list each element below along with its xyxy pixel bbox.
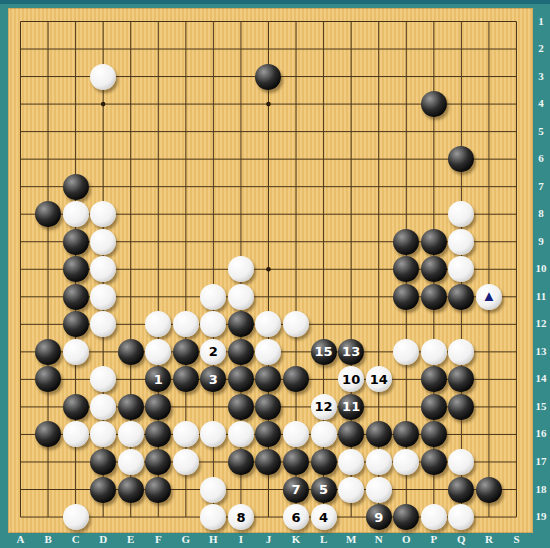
stone-white[interactable]: ▲ — [476, 284, 502, 310]
stone-white[interactable] — [63, 421, 89, 447]
column-label: F — [148, 533, 168, 545]
column-label: D — [93, 533, 113, 545]
stone-black[interactable] — [63, 174, 89, 200]
stone-black[interactable] — [118, 394, 144, 420]
stone-white[interactable] — [448, 229, 474, 255]
stone-black[interactable] — [421, 449, 447, 475]
stone-black[interactable]: 11 — [338, 394, 364, 420]
column-label: Q — [451, 533, 471, 545]
column-label: I — [231, 533, 251, 545]
stone-white[interactable] — [338, 449, 364, 475]
triangle-marker-icon: ▲ — [481, 288, 496, 303]
stone-black[interactable] — [476, 477, 502, 503]
row-label: 14 — [530, 372, 550, 384]
column-label: B — [38, 533, 58, 545]
stone-white[interactable] — [200, 477, 226, 503]
stone-white[interactable] — [118, 421, 144, 447]
column-label: H — [203, 533, 223, 545]
stone-black[interactable] — [366, 421, 392, 447]
stone-white[interactable]: 12 — [311, 394, 337, 420]
row-label: 4 — [530, 97, 550, 109]
stone-white[interactable] — [338, 477, 364, 503]
stone-white[interactable] — [63, 504, 89, 530]
stone-white[interactable] — [90, 394, 116, 420]
stone-white[interactable] — [173, 449, 199, 475]
window-top-edge — [0, 0, 550, 4]
stone-black[interactable]: 15 — [311, 339, 337, 365]
stone-white[interactable] — [90, 284, 116, 310]
row-label: 18 — [530, 483, 550, 495]
stone-white[interactable] — [393, 339, 419, 365]
row-label: 9 — [530, 235, 550, 247]
move-number-label: 11 — [342, 400, 360, 413]
stone-white[interactable] — [421, 339, 447, 365]
stone-white[interactable] — [63, 339, 89, 365]
move-number-label: 2 — [209, 345, 218, 358]
stone-white[interactable] — [421, 504, 447, 530]
stone-black[interactable] — [393, 229, 419, 255]
row-label: 11 — [530, 290, 550, 302]
row-label: 12 — [530, 317, 550, 329]
stone-black[interactable] — [118, 339, 144, 365]
row-label: 17 — [530, 455, 550, 467]
column-label: S — [506, 533, 526, 545]
stone-black[interactable] — [228, 394, 254, 420]
column-label: R — [479, 533, 499, 545]
column-label: G — [176, 533, 196, 545]
stone-black[interactable] — [63, 311, 89, 337]
stone-black[interactable] — [228, 449, 254, 475]
stone-black[interactable] — [421, 229, 447, 255]
stone-black[interactable] — [228, 339, 254, 365]
move-number-label: 15 — [315, 345, 333, 358]
move-number-label: 10 — [342, 373, 360, 386]
stone-black[interactable] — [145, 394, 171, 420]
stone-black[interactable] — [283, 449, 309, 475]
stone-white[interactable] — [228, 284, 254, 310]
stone-black[interactable] — [421, 91, 447, 117]
column-label: M — [341, 533, 361, 545]
stone-white[interactable] — [118, 449, 144, 475]
stone-white[interactable] — [173, 311, 199, 337]
column-label: C — [66, 533, 86, 545]
stone-white[interactable]: 6 — [283, 504, 309, 530]
stone-white[interactable] — [366, 449, 392, 475]
stone-white[interactable]: 8 — [228, 504, 254, 530]
stone-black[interactable] — [421, 366, 447, 392]
stone-white[interactable] — [366, 477, 392, 503]
row-label: 1 — [530, 15, 550, 27]
row-label: 19 — [530, 510, 550, 522]
stone-white[interactable] — [145, 339, 171, 365]
row-label: 7 — [530, 180, 550, 192]
stone-white[interactable] — [90, 229, 116, 255]
row-label: 5 — [530, 125, 550, 137]
stone-black[interactable] — [255, 64, 281, 90]
stone-black[interactable] — [35, 339, 61, 365]
column-label: L — [314, 533, 334, 545]
row-label: 6 — [530, 152, 550, 164]
column-label: O — [396, 533, 416, 545]
stone-black[interactable]: 13 — [338, 339, 364, 365]
stone-white[interactable] — [200, 284, 226, 310]
stone-black[interactable] — [393, 284, 419, 310]
stone-black[interactable] — [63, 229, 89, 255]
stone-black[interactable]: 5 — [311, 477, 337, 503]
move-number-label: 5 — [319, 483, 328, 496]
stone-white[interactable] — [311, 421, 337, 447]
stone-black[interactable] — [448, 477, 474, 503]
row-label: 10 — [530, 262, 550, 274]
move-number-label: 14 — [370, 373, 388, 386]
move-number-label: 7 — [292, 483, 301, 496]
move-number-label: 4 — [319, 511, 328, 524]
row-label: 13 — [530, 345, 550, 357]
stone-white[interactable]: 14 — [366, 366, 392, 392]
stone-black[interactable] — [118, 477, 144, 503]
column-label: A — [11, 533, 31, 545]
stone-black[interactable] — [90, 477, 116, 503]
stone-black[interactable] — [63, 284, 89, 310]
row-label: 15 — [530, 400, 550, 412]
move-number-label: 9 — [374, 511, 383, 524]
stone-black[interactable] — [145, 477, 171, 503]
move-number-label: 3 — [209, 373, 218, 386]
column-label: K — [286, 533, 306, 545]
column-label: P — [424, 533, 444, 545]
stone-black[interactable] — [311, 449, 337, 475]
stone-black[interactable] — [90, 449, 116, 475]
stone-white[interactable]: 4 — [311, 504, 337, 530]
stone-black[interactable] — [173, 339, 199, 365]
stone-white[interactable] — [63, 201, 89, 227]
stone-black[interactable] — [421, 394, 447, 420]
move-number-label: 1 — [154, 373, 163, 386]
row-label: 2 — [530, 42, 550, 54]
stone-black[interactable]: 9 — [366, 504, 392, 530]
stone-black[interactable] — [63, 256, 89, 282]
row-label: 16 — [530, 427, 550, 439]
move-number-label: 13 — [342, 345, 360, 358]
move-number-label: 12 — [315, 400, 333, 413]
column-label: N — [369, 533, 389, 545]
stone-black[interactable]: 7 — [283, 477, 309, 503]
move-number-label: 6 — [292, 511, 301, 524]
stone-white[interactable] — [90, 64, 116, 90]
go-game-screen: ▲215131310141211758649 ABCDEFGHIJKLMNOPQ… — [0, 0, 550, 548]
column-label: J — [258, 533, 278, 545]
column-label: E — [121, 533, 141, 545]
stone-black[interactable] — [63, 394, 89, 420]
move-number-label: 8 — [236, 511, 245, 524]
row-label: 3 — [530, 70, 550, 82]
stone-black[interactable] — [448, 284, 474, 310]
row-label: 8 — [530, 207, 550, 219]
stone-black[interactable] — [421, 256, 447, 282]
stone-black[interactable] — [421, 284, 447, 310]
